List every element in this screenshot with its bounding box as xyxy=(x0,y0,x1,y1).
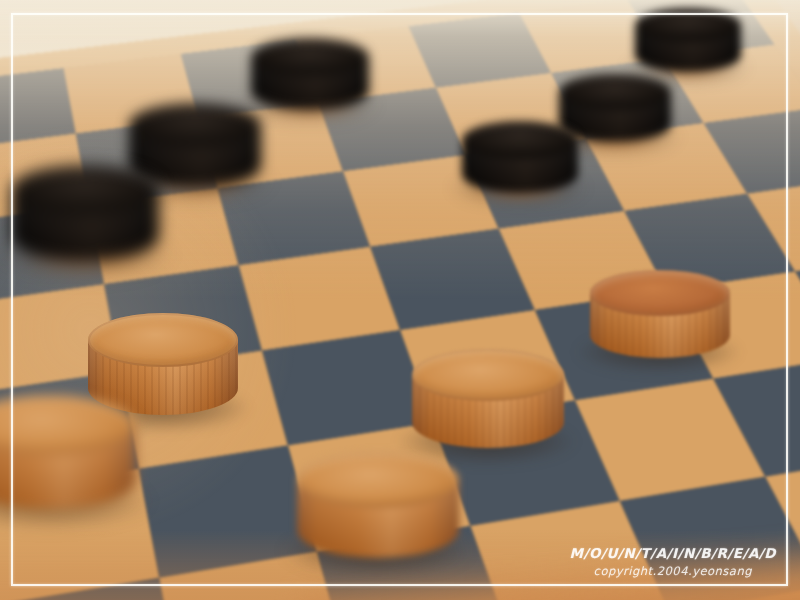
watermark: M/O/U/N/T/A/I/N/B/R/E/A/D copyright.2004… xyxy=(570,545,776,578)
checkers-photo-scene: M/O/U/N/T/A/I/N/B/R/E/A/D copyright.2004… xyxy=(0,0,800,600)
watermark-copyright: copyright.2004.yeonsang xyxy=(570,564,776,578)
photo-frame-line xyxy=(11,13,788,586)
watermark-title: M/O/U/N/T/A/I/N/B/R/E/A/D xyxy=(570,545,776,561)
